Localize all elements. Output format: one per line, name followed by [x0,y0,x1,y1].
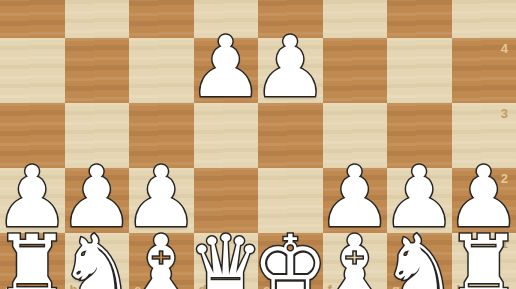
white-pawn[interactable]: ♟ [258,38,323,103]
square-g4[interactable] [387,38,452,103]
white-knight[interactable]: ♞ [65,233,130,289]
square-h5[interactable] [452,0,516,38]
square-h4[interactable]: 4 [452,38,516,103]
white-queen[interactable]: ♛ [194,233,259,289]
square-e1[interactable]: e♚ [258,233,323,289]
square-e3[interactable] [258,103,323,168]
white-bishop[interactable]: ♝ [323,233,388,289]
square-f1[interactable]: f♝ [323,233,388,289]
white-pawn[interactable]: ♟ [194,38,259,103]
chess-board-viewport: ♟♟43♟♟♟♟♟2♟a♜b♞c♝d♛e♚f♝g♞1h♜ [0,0,516,289]
square-b5[interactable] [65,0,130,38]
square-c4[interactable] [129,38,194,103]
square-d1[interactable]: d♛ [194,233,259,289]
square-c5[interactable] [129,0,194,38]
square-g5[interactable] [387,0,452,38]
square-g1[interactable]: g♞ [387,233,452,289]
white-king[interactable]: ♚ [258,233,323,289]
square-c1[interactable]: c♝ [129,233,194,289]
square-d3[interactable] [194,103,259,168]
square-f5[interactable] [323,0,388,38]
square-f4[interactable] [323,38,388,103]
square-a1[interactable]: a♜ [0,233,65,289]
square-b1[interactable]: b♞ [65,233,130,289]
rank-label-4: 4 [501,42,508,55]
chess-board: ♟♟43♟♟♟♟♟2♟a♜b♞c♝d♛e♚f♝g♞1h♜ [0,0,516,289]
white-bishop[interactable]: ♝ [129,233,194,289]
square-h1[interactable]: 1h♜ [452,233,516,289]
square-a4[interactable] [0,38,65,103]
white-rook[interactable]: ♜ [0,233,65,289]
square-a5[interactable] [0,0,65,38]
white-knight[interactable]: ♞ [387,233,452,289]
rank-label-3: 3 [501,107,508,120]
square-d4[interactable]: ♟ [194,38,259,103]
square-b4[interactable] [65,38,130,103]
square-e4[interactable]: ♟ [258,38,323,103]
white-rook[interactable]: ♜ [452,233,516,289]
